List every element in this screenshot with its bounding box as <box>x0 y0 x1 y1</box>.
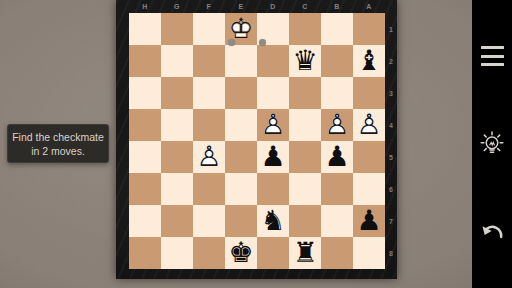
square-f1[interactable] <box>193 13 225 45</box>
square-h6[interactable] <box>129 173 161 205</box>
chess-board: HGFEDCBA 12345678 ♚♔♛♝♟♙♟♙♟♙♟♙♟♟♞♟♚♜ <box>116 0 397 279</box>
square-d3[interactable] <box>257 77 289 109</box>
square-a1[interactable] <box>353 13 385 45</box>
square-f3[interactable] <box>193 77 225 109</box>
square-g5[interactable] <box>161 141 193 173</box>
square-e4[interactable] <box>225 109 257 141</box>
tooltip-line-1: Find the checkmate <box>12 130 104 144</box>
square-f5[interactable]: ♟♙ <box>193 141 225 173</box>
square-d5[interactable]: ♟ <box>257 141 289 173</box>
menu-button[interactable] <box>472 36 512 76</box>
square-g3[interactable] <box>161 77 193 109</box>
square-h2[interactable] <box>129 45 161 77</box>
square-c3[interactable] <box>289 77 321 109</box>
square-f2[interactable] <box>193 45 225 77</box>
square-c6[interactable] <box>289 173 321 205</box>
square-a6[interactable] <box>353 173 385 205</box>
square-c4[interactable] <box>289 109 321 141</box>
move-hint-dot-2 <box>259 39 266 46</box>
piece-wP-d4[interactable]: ♟♙ <box>257 109 289 141</box>
rank-label-3: 3 <box>385 77 397 109</box>
piece-bB-a2[interactable]: ♝ <box>353 45 385 77</box>
sidebar <box>472 0 512 288</box>
square-b6[interactable] <box>321 173 353 205</box>
rank-label-1: 1 <box>385 13 397 45</box>
piece-bR-c8[interactable]: ♜ <box>289 237 321 269</box>
rank-label-7: 7 <box>385 205 397 237</box>
file-label-h: H <box>129 0 161 13</box>
square-a3[interactable] <box>353 77 385 109</box>
square-e7[interactable] <box>225 205 257 237</box>
square-g1[interactable] <box>161 13 193 45</box>
square-a8[interactable] <box>353 237 385 269</box>
square-c5[interactable] <box>289 141 321 173</box>
rank-label-2: 2 <box>385 45 397 77</box>
piece-bN-d7[interactable]: ♞ <box>257 205 289 237</box>
square-d4[interactable]: ♟♙ <box>257 109 289 141</box>
square-f7[interactable] <box>193 205 225 237</box>
square-a2[interactable]: ♝ <box>353 45 385 77</box>
square-c2[interactable]: ♛ <box>289 45 321 77</box>
square-h7[interactable] <box>129 205 161 237</box>
square-c8[interactable]: ♜ <box>289 237 321 269</box>
square-e5[interactable] <box>225 141 257 173</box>
square-h4[interactable] <box>129 109 161 141</box>
square-b3[interactable] <box>321 77 353 109</box>
square-b4[interactable]: ♟♙ <box>321 109 353 141</box>
square-a4[interactable]: ♟♙ <box>353 109 385 141</box>
square-e6[interactable] <box>225 173 257 205</box>
square-b8[interactable] <box>321 237 353 269</box>
rank-label-4: 4 <box>385 109 397 141</box>
piece-bQ-c2[interactable]: ♛ <box>289 45 321 77</box>
move-hint-dot-1 <box>228 39 235 46</box>
undo-arrow-icon <box>478 217 506 245</box>
square-b2[interactable] <box>321 45 353 77</box>
piece-bK-e8[interactable]: ♚ <box>225 237 257 269</box>
file-label-a: A <box>353 0 385 13</box>
square-g4[interactable] <box>161 109 193 141</box>
file-label-c: C <box>289 0 321 13</box>
rank-label-6: 6 <box>385 173 397 205</box>
square-g7[interactable] <box>161 205 193 237</box>
piece-wP-a4[interactable]: ♟♙ <box>353 109 385 141</box>
square-f8[interactable] <box>193 237 225 269</box>
square-d2[interactable] <box>257 45 289 77</box>
piece-wP-f5[interactable]: ♟♙ <box>193 141 225 173</box>
hint-button[interactable] <box>472 125 512 165</box>
lightbulb-icon <box>478 130 506 160</box>
square-h5[interactable] <box>129 141 161 173</box>
piece-bP-b5[interactable]: ♟ <box>321 141 353 173</box>
square-h8[interactable] <box>129 237 161 269</box>
square-c1[interactable] <box>289 13 321 45</box>
square-d7[interactable]: ♞ <box>257 205 289 237</box>
menu-icon <box>481 43 504 69</box>
square-a7[interactable]: ♟ <box>353 205 385 237</box>
app-screen: Find the checkmate in 2 moves. HGFEDCBA … <box>0 0 512 288</box>
rank-labels: 12345678 <box>385 13 397 269</box>
square-b5[interactable]: ♟ <box>321 141 353 173</box>
square-a5[interactable] <box>353 141 385 173</box>
square-d6[interactable] <box>257 173 289 205</box>
square-c7[interactable] <box>289 205 321 237</box>
piece-bP-a7[interactable]: ♟ <box>353 205 385 237</box>
piece-bP-d5[interactable]: ♟ <box>257 141 289 173</box>
tooltip-line-2: in 2 moves. <box>31 144 85 158</box>
file-label-d: D <box>257 0 289 13</box>
square-e2[interactable] <box>225 45 257 77</box>
square-e3[interactable] <box>225 77 257 109</box>
piece-outline-glyph: ♙ <box>321 109 353 141</box>
square-g8[interactable] <box>161 237 193 269</box>
file-labels: HGFEDCBA <box>129 0 385 13</box>
file-label-f: F <box>193 0 225 13</box>
square-e8[interactable]: ♚ <box>225 237 257 269</box>
rank-label-5: 5 <box>385 141 397 173</box>
square-d8[interactable] <box>257 237 289 269</box>
file-label-b: B <box>321 0 353 13</box>
undo-button[interactable] <box>472 211 512 251</box>
square-b1[interactable] <box>321 13 353 45</box>
puzzle-tooltip: Find the checkmate in 2 moves. <box>7 124 109 163</box>
file-label-g: G <box>161 0 193 13</box>
square-b7[interactable] <box>321 205 353 237</box>
square-f6[interactable] <box>193 173 225 205</box>
piece-wP-b4[interactable]: ♟♙ <box>321 109 353 141</box>
square-h3[interactable] <box>129 77 161 109</box>
square-g2[interactable] <box>161 45 193 77</box>
piece-outline-glyph: ♙ <box>193 141 225 173</box>
square-f4[interactable] <box>193 109 225 141</box>
square-h1[interactable] <box>129 13 161 45</box>
board-squares[interactable]: ♚♔♛♝♟♙♟♙♟♙♟♙♟♟♞♟♚♜ <box>129 13 385 269</box>
rank-label-8: 8 <box>385 237 397 269</box>
square-g6[interactable] <box>161 173 193 205</box>
piece-outline-glyph: ♙ <box>257 109 289 141</box>
piece-outline-glyph: ♙ <box>353 109 385 141</box>
